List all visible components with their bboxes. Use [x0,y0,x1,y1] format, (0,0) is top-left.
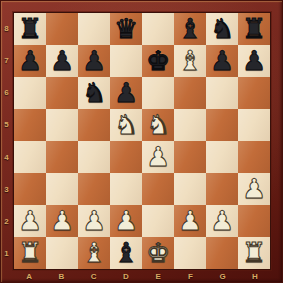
square-f3[interactable] [174,173,206,205]
chess-app-window: 87654321 ABCDEFGH ♜♛♝♞♜♟♟♟♚♝♟♟♞♟♞♞♟♟♟♟♟♟… [0,0,283,283]
file-label-b: B [45,270,77,282]
square-d6[interactable]: ♟ [110,77,142,109]
rank-label-5: 5 [0,109,13,141]
piece-black-knight[interactable]: ♞ [210,13,234,45]
square-a7[interactable]: ♟ [14,45,46,77]
piece-white-pawn[interactable]: ♟ [82,205,106,237]
file-labels: ABCDEFGH [13,270,271,282]
square-h5[interactable] [238,109,270,141]
rank-label-2: 2 [0,206,13,238]
square-d7[interactable] [110,45,142,77]
rank-label-4: 4 [0,141,13,173]
square-e3[interactable] [142,173,174,205]
square-c6[interactable]: ♞ [78,77,110,109]
square-f8[interactable]: ♝ [174,13,206,45]
square-b4[interactable] [46,141,78,173]
piece-black-king[interactable]: ♚ [146,45,170,77]
piece-black-pawn[interactable]: ♟ [82,45,106,77]
square-e8[interactable] [142,13,174,45]
square-a3[interactable] [14,173,46,205]
square-c7[interactable]: ♟ [78,45,110,77]
square-a2[interactable]: ♟ [14,205,46,237]
piece-white-rook[interactable]: ♜ [18,237,42,269]
square-b2[interactable]: ♟ [46,205,78,237]
square-b1[interactable] [46,237,78,269]
square-c5[interactable] [78,109,110,141]
square-c8[interactable] [78,13,110,45]
piece-black-rook[interactable]: ♜ [18,13,42,45]
square-c2[interactable]: ♟ [78,205,110,237]
square-f1[interactable] [174,237,206,269]
square-g2[interactable]: ♟ [206,205,238,237]
piece-white-king[interactable]: ♚ [146,237,170,269]
piece-black-knight[interactable]: ♞ [82,77,106,109]
piece-black-pawn[interactable]: ♟ [114,77,138,109]
square-f2[interactable]: ♟ [174,205,206,237]
square-c3[interactable] [78,173,110,205]
piece-black-bishop[interactable]: ♝ [178,13,202,45]
rank-label-3: 3 [0,173,13,205]
square-a4[interactable] [14,141,46,173]
piece-white-pawn[interactable]: ♟ [50,205,74,237]
square-b7[interactable]: ♟ [46,45,78,77]
piece-black-bishop[interactable]: ♝ [114,237,138,269]
square-a1[interactable]: ♜ [14,237,46,269]
piece-white-knight[interactable]: ♞ [146,109,170,141]
square-d2[interactable]: ♟ [110,205,142,237]
square-d4[interactable] [110,141,142,173]
piece-white-pawn[interactable]: ♟ [178,205,202,237]
piece-white-rook[interactable]: ♜ [242,237,266,269]
square-d3[interactable] [110,173,142,205]
square-c1[interactable]: ♝ [78,237,110,269]
square-f4[interactable] [174,141,206,173]
rank-label-8: 8 [0,12,13,44]
file-label-h: H [239,270,271,282]
square-a5[interactable] [14,109,46,141]
square-h2[interactable] [238,205,270,237]
square-g1[interactable] [206,237,238,269]
piece-white-pawn[interactable]: ♟ [210,205,234,237]
square-d1[interactable]: ♝ [110,237,142,269]
piece-white-bishop[interactable]: ♝ [178,45,202,77]
piece-white-pawn[interactable]: ♟ [242,173,266,205]
chess-board: ♜♛♝♞♜♟♟♟♚♝♟♟♞♟♞♞♟♟♟♟♟♟♟♟♜♝♝♚♜ [13,12,271,270]
square-g7[interactable]: ♟ [206,45,238,77]
square-g5[interactable] [206,109,238,141]
square-h6[interactable] [238,77,270,109]
square-f6[interactable] [174,77,206,109]
square-b6[interactable] [46,77,78,109]
rank-labels: 87654321 [0,12,13,270]
file-label-e: E [142,270,174,282]
piece-white-pawn[interactable]: ♟ [146,141,170,173]
square-f5[interactable] [174,109,206,141]
piece-white-pawn[interactable]: ♟ [114,205,138,237]
piece-black-pawn[interactable]: ♟ [210,45,234,77]
rank-label-7: 7 [0,44,13,76]
square-h1[interactable]: ♜ [238,237,270,269]
square-g8[interactable]: ♞ [206,13,238,45]
piece-black-queen[interactable]: ♛ [114,13,138,45]
square-e6[interactable] [142,77,174,109]
square-f7[interactable]: ♝ [174,45,206,77]
file-label-d: D [110,270,142,282]
square-g4[interactable] [206,141,238,173]
piece-white-knight[interactable]: ♞ [114,109,138,141]
file-label-f: F [174,270,206,282]
square-e1[interactable]: ♚ [142,237,174,269]
square-a8[interactable]: ♜ [14,13,46,45]
piece-white-bishop[interactable]: ♝ [82,237,106,269]
square-e2[interactable] [142,205,174,237]
rank-label-6: 6 [0,77,13,109]
square-d5[interactable]: ♞ [110,109,142,141]
piece-black-rook[interactable]: ♜ [242,13,266,45]
square-e7[interactable]: ♚ [142,45,174,77]
square-h4[interactable] [238,141,270,173]
piece-black-pawn[interactable]: ♟ [18,45,42,77]
square-g3[interactable] [206,173,238,205]
file-label-a: A [13,270,45,282]
square-d8[interactable]: ♛ [110,13,142,45]
square-a6[interactable] [14,77,46,109]
square-h8[interactable]: ♜ [238,13,270,45]
piece-black-pawn[interactable]: ♟ [242,45,266,77]
file-label-c: C [78,270,110,282]
square-b8[interactable] [46,13,78,45]
square-g6[interactable] [206,77,238,109]
square-c4[interactable] [78,141,110,173]
square-b3[interactable] [46,173,78,205]
square-e5[interactable]: ♞ [142,109,174,141]
piece-black-pawn[interactable]: ♟ [50,45,74,77]
rank-label-1: 1 [0,238,13,270]
square-b5[interactable] [46,109,78,141]
square-e4[interactable]: ♟ [142,141,174,173]
piece-white-pawn[interactable]: ♟ [18,205,42,237]
square-h7[interactable]: ♟ [238,45,270,77]
file-label-g: G [207,270,239,282]
square-h3[interactable]: ♟ [238,173,270,205]
